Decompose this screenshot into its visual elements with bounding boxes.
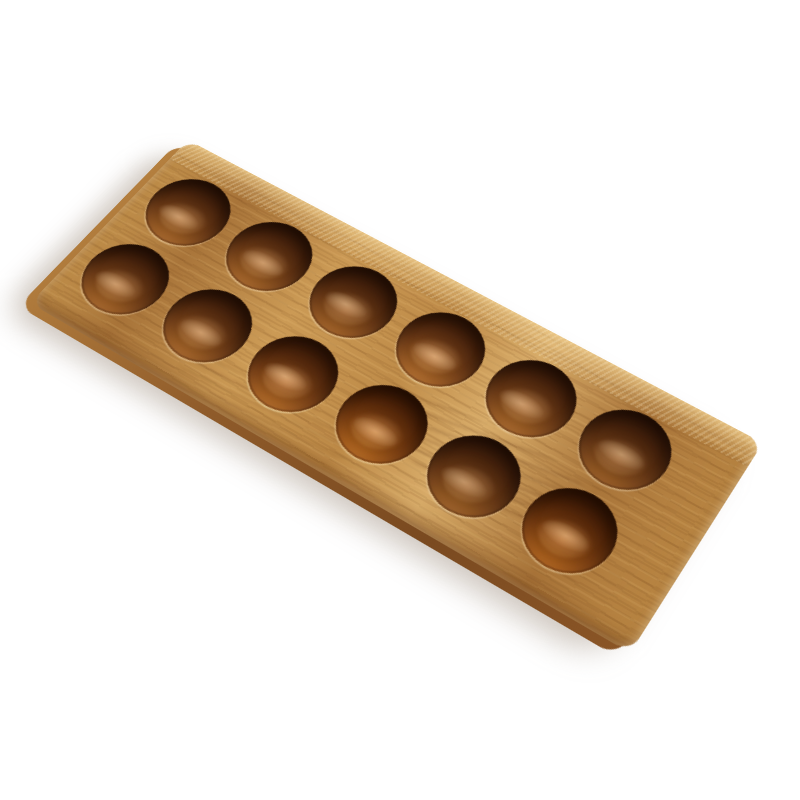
product-photo-scene — [0, 0, 800, 800]
pit-a3[interactable] — [292, 253, 414, 352]
pit-b6[interactable] — [504, 472, 635, 590]
pit-b5[interactable] — [409, 420, 538, 533]
pit-b4[interactable] — [317, 370, 445, 479]
mancala-board — [30, 140, 763, 653]
board-top-surface — [30, 140, 763, 653]
